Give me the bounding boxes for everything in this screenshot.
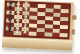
drawer-knob[interactable] <box>72 15 76 19</box>
white-rook-piece[interactable]: ♜ <box>22 29 28 35</box>
white-pawn-piece[interactable]: ♟ <box>14 29 20 35</box>
square-d1[interactable] <box>29 32 37 36</box>
board-frame: ♜♞♝♛♚♝♞♜♟♟♟♟♟♟♟♟♜♞♝♛♚♝♞♜ <box>3 1 71 40</box>
chess-set-product-photo: ♜♞♝♛♚♝♞♜♟♟♟♟♟♟♟♟♜♞♝♛♚♝♞♜ <box>0 0 80 54</box>
chess-box: ♜♞♝♛♚♝♞♜♟♟♟♟♟♟♟♟♜♞♝♛♚♝♞♜ <box>2 0 74 51</box>
black-rook-piece[interactable]: ♜ <box>7 28 13 34</box>
square-f1[interactable] <box>44 32 52 36</box>
square-h1[interactable] <box>60 33 68 37</box>
latch-hinge <box>72 29 75 34</box>
box-top-rim: ♜♞♝♛♚♝♞♜♟♟♟♟♟♟♟♟♜♞♝♛♚♝♞♜ <box>2 0 74 41</box>
chess-board[interactable]: ♜♞♝♛♚♝♞♜♟♟♟♟♟♟♟♟♜♞♝♛♚♝♞♜ <box>6 3 69 38</box>
